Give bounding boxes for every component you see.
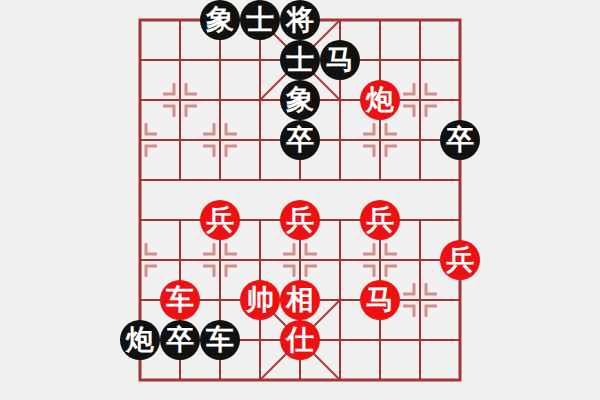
red-advisor[interactable]: 仕	[280, 320, 320, 360]
red-horse[interactable]: 马	[360, 280, 400, 320]
black-soldier[interactable]: 卒	[160, 320, 200, 360]
black-cannon[interactable]: 炮	[120, 320, 160, 360]
red-soldier[interactable]: 兵	[280, 200, 320, 240]
red-soldier[interactable]: 兵	[440, 240, 480, 280]
xiangqi-app: 象士将士马象炮卒卒兵兵兵兵车帅相马炮卒车仕	[0, 0, 600, 400]
black-king[interactable]: 将	[280, 0, 320, 40]
black-elephant[interactable]: 象	[280, 80, 320, 120]
red-king[interactable]: 帅	[240, 280, 280, 320]
black-advisor[interactable]: 士	[280, 40, 320, 80]
piece-grid: 象士将士马象炮卒卒兵兵兵兵车帅相马炮卒车仕	[120, 0, 480, 400]
black-elephant[interactable]: 象	[200, 0, 240, 40]
black-chariot[interactable]: 车	[200, 320, 240, 360]
black-soldier[interactable]: 卒	[440, 120, 480, 160]
red-chariot[interactable]: 车	[160, 280, 200, 320]
black-soldier[interactable]: 卒	[280, 120, 320, 160]
black-advisor[interactable]: 士	[240, 0, 280, 40]
black-horse[interactable]: 马	[320, 40, 360, 80]
red-cannon[interactable]: 炮	[360, 80, 400, 120]
red-elephant[interactable]: 相	[280, 280, 320, 320]
red-soldier[interactable]: 兵	[200, 200, 240, 240]
red-soldier[interactable]: 兵	[360, 200, 400, 240]
